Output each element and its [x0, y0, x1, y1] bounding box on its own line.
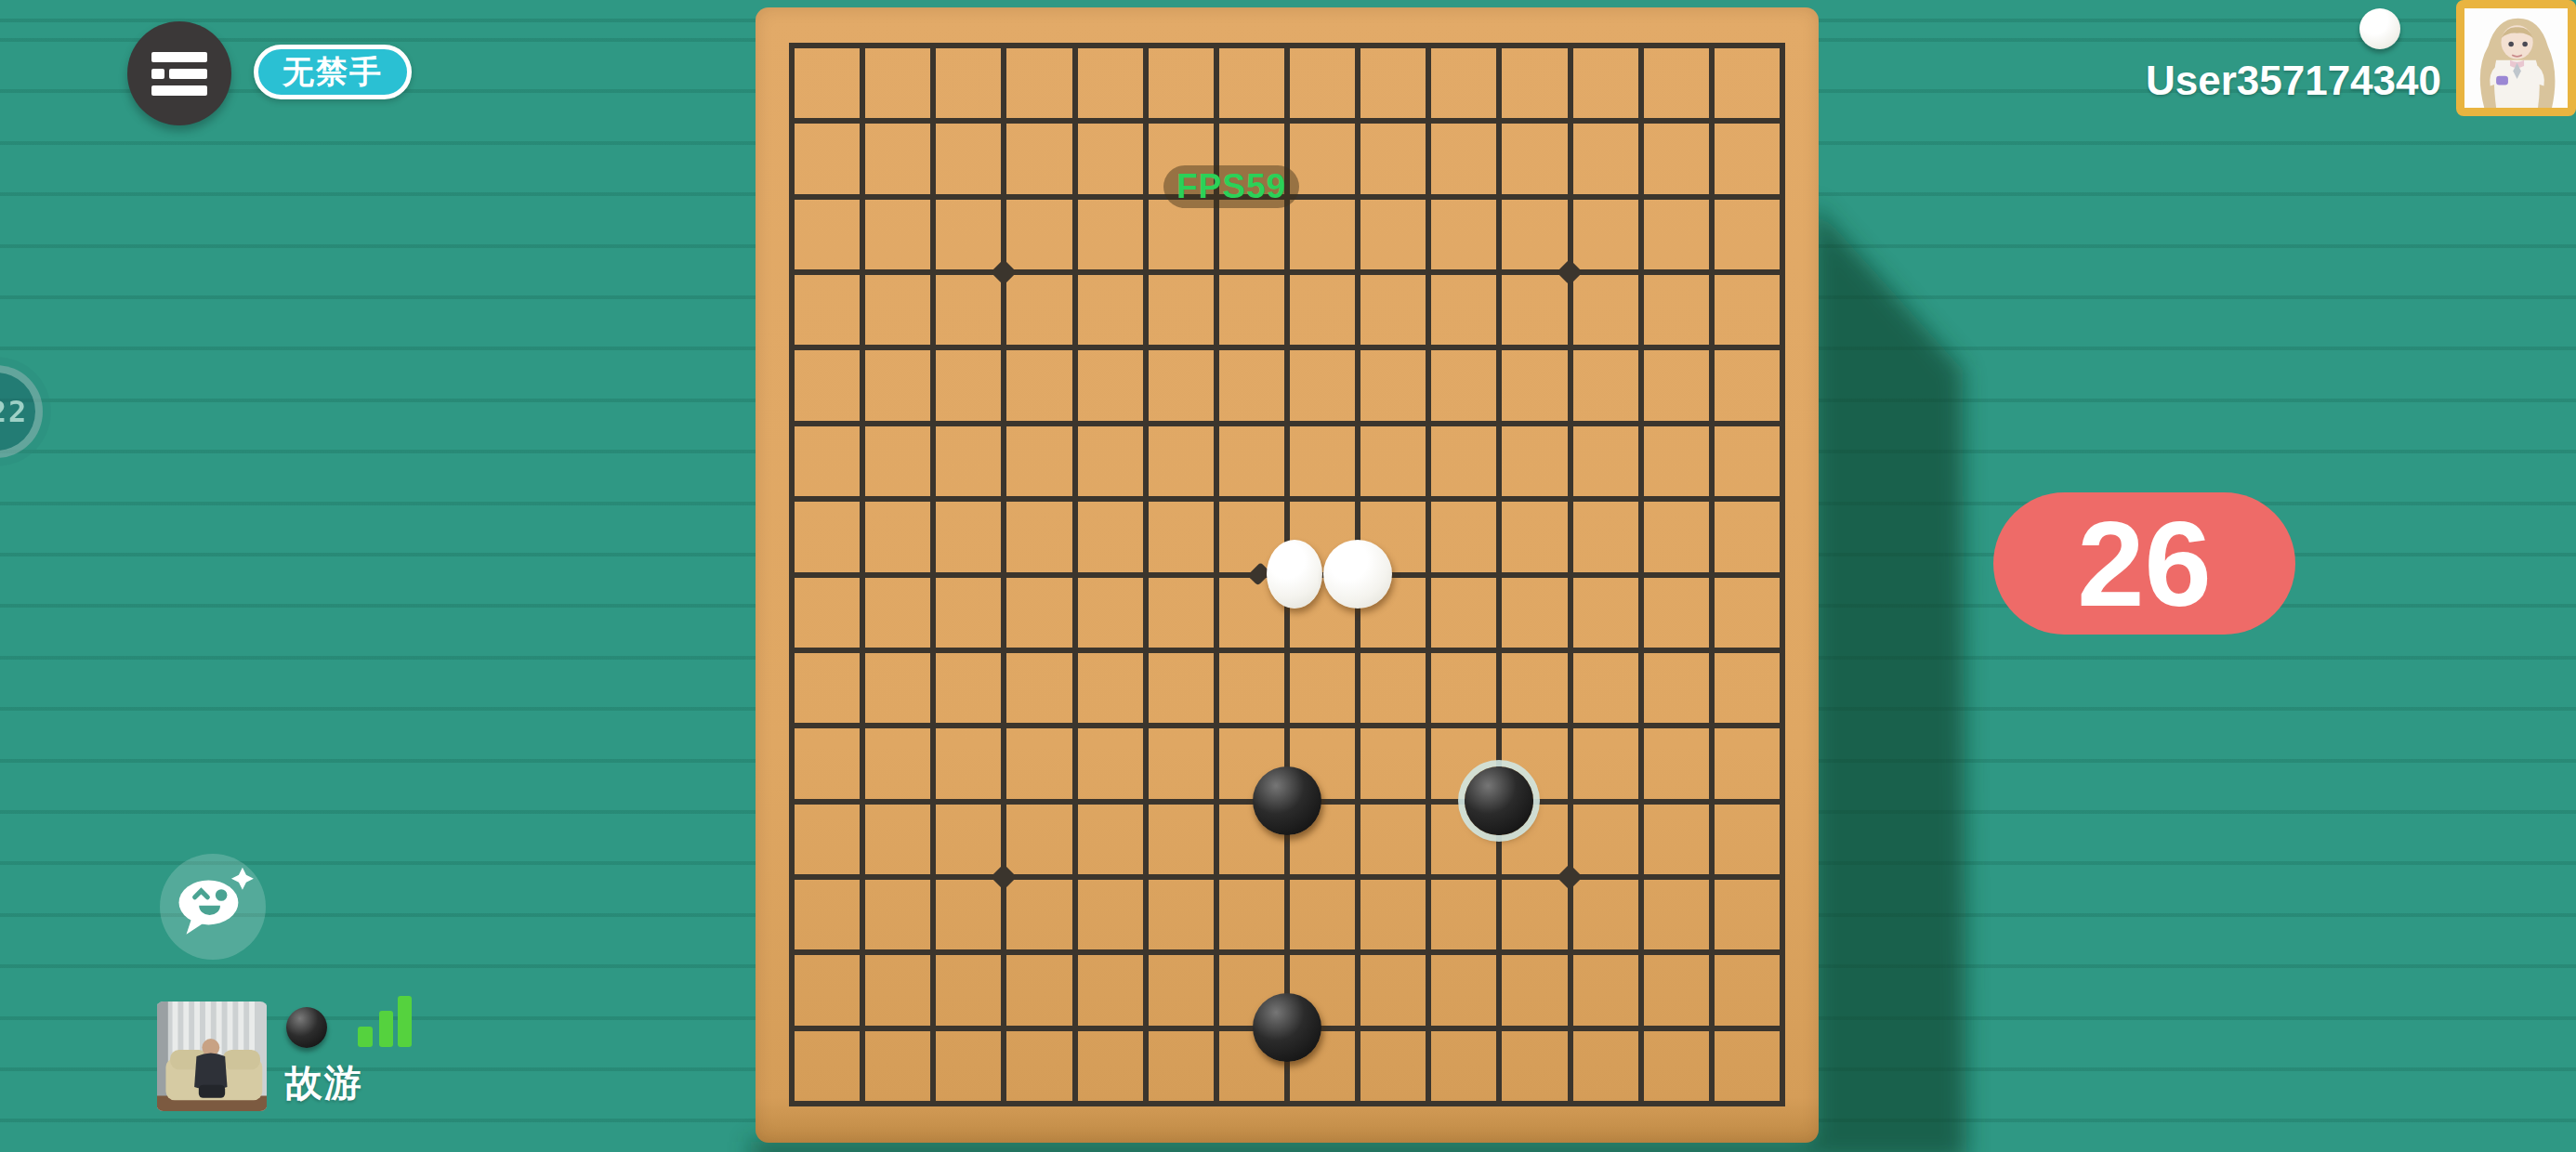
board-intersection[interactable]	[1322, 309, 1393, 385]
board-intersection[interactable]	[968, 537, 1039, 612]
board-intersection[interactable]	[1393, 309, 1464, 385]
board-intersection[interactable]	[1252, 687, 1322, 763]
board-intersection[interactable]	[898, 687, 968, 763]
board-intersection[interactable]	[898, 764, 968, 839]
board-intersection[interactable]	[1252, 764, 1322, 839]
board-intersection[interactable]	[968, 7, 1039, 83]
board-intersection[interactable]	[827, 537, 898, 612]
board-intersection[interactable]	[1534, 386, 1605, 461]
board-intersection[interactable]	[1534, 537, 1605, 612]
board-intersection[interactable]	[1464, 839, 1534, 914]
board-intersection[interactable]	[898, 839, 968, 914]
board-intersection[interactable]	[827, 461, 898, 536]
board-intersection[interactable]	[1393, 83, 1464, 158]
board-intersection[interactable]	[1252, 386, 1322, 461]
board-intersection[interactable]	[756, 687, 827, 763]
board-intersection[interactable]	[1252, 914, 1322, 989]
board-intersection[interactable]	[1464, 83, 1534, 158]
board-intersection[interactable]	[1040, 537, 1111, 612]
board-intersection[interactable]	[827, 764, 898, 839]
board-intersection[interactable]	[1111, 914, 1181, 989]
board-intersection[interactable]	[1464, 764, 1534, 839]
board-intersection[interactable]	[1393, 1066, 1464, 1141]
board-intersection[interactable]	[1322, 159, 1393, 234]
board-intersection[interactable]	[1181, 764, 1252, 839]
board-intersection[interactable]	[1606, 159, 1676, 234]
board-intersection[interactable]	[1252, 1066, 1322, 1141]
board-intersection[interactable]	[1111, 687, 1181, 763]
board-intersection[interactable]	[1676, 309, 1747, 385]
gomoku-board: FPS59	[756, 7, 1819, 1143]
board-intersection[interactable]	[1534, 83, 1605, 158]
board-intersection[interactable]	[898, 83, 968, 158]
board-intersection[interactable]	[1181, 461, 1252, 536]
board-intersection[interactable]	[898, 159, 968, 234]
chat-button[interactable]	[160, 854, 266, 960]
stone-black	[1465, 766, 1533, 835]
board-intersection[interactable]	[827, 386, 898, 461]
star-point	[1557, 259, 1583, 285]
board-intersection[interactable]	[1111, 234, 1181, 309]
board-intersection[interactable]	[1534, 159, 1605, 234]
board-intersection[interactable]	[1111, 83, 1181, 158]
board-intersection[interactable]	[1747, 990, 1818, 1066]
board-intersection[interactable]	[1111, 309, 1181, 385]
board-intersection[interactable]	[1252, 7, 1322, 83]
board-intersection[interactable]	[1606, 461, 1676, 536]
board-intersection[interactable]	[1393, 7, 1464, 83]
board-intersection[interactable]	[1111, 537, 1181, 612]
board-intersection[interactable]	[1393, 914, 1464, 989]
board-intersection[interactable]	[1606, 687, 1676, 763]
board-intersection[interactable]	[756, 914, 827, 989]
board-intersection[interactable]	[968, 1066, 1039, 1141]
stone-black	[1253, 766, 1321, 835]
board-intersection[interactable]	[1747, 309, 1818, 385]
board-intersection[interactable]	[898, 234, 968, 309]
white-stone-indicator	[2359, 8, 2400, 49]
board-intersection[interactable]	[1181, 612, 1252, 687]
board-intersection[interactable]	[1534, 309, 1605, 385]
board-intersection[interactable]	[827, 1066, 898, 1141]
board-intersection[interactable]	[1606, 612, 1676, 687]
board-intersection[interactable]	[1747, 764, 1818, 839]
board-intersection[interactable]	[1464, 612, 1534, 687]
board-intersection[interactable]	[1393, 234, 1464, 309]
board-intersection[interactable]	[1322, 914, 1393, 989]
board-intersection[interactable]	[898, 7, 968, 83]
board-intersection[interactable]	[756, 764, 827, 839]
board-intersection[interactable]	[1676, 764, 1747, 839]
board-intersection[interactable]	[1676, 1066, 1747, 1141]
board-intersection[interactable]	[1393, 687, 1464, 763]
board-intersection[interactable]	[827, 159, 898, 234]
board-intersection[interactable]	[1040, 234, 1111, 309]
board-intersection[interactable]	[1606, 7, 1676, 83]
board-intersection[interactable]	[1464, 990, 1534, 1066]
anime-girl-portrait	[2464, 8, 2568, 108]
board-intersection[interactable]	[1606, 537, 1676, 612]
board-intersection[interactable]	[756, 83, 827, 158]
board-intersection[interactable]	[1393, 839, 1464, 914]
board-intersection[interactable]	[1252, 234, 1322, 309]
board-intersection[interactable]	[1393, 461, 1464, 536]
board-intersection[interactable]	[1181, 537, 1252, 612]
board-intersection[interactable]	[968, 839, 1039, 914]
board-intersection[interactable]	[1534, 612, 1605, 687]
board-intersection[interactable]	[898, 914, 968, 989]
player-avatar[interactable]	[156, 1001, 268, 1111]
board-intersection[interactable]	[756, 839, 827, 914]
board-intersection[interactable]	[1747, 461, 1818, 536]
board-intersection[interactable]	[1322, 537, 1393, 612]
board-intersection[interactable]	[1676, 386, 1747, 461]
board-intersection[interactable]	[1252, 461, 1322, 536]
board-intersection[interactable]	[756, 386, 827, 461]
connection-signal-icon	[358, 996, 412, 1047]
board-intersection[interactable]	[1393, 764, 1464, 839]
board-intersection[interactable]	[827, 990, 898, 1066]
board-intersection[interactable]	[1393, 159, 1464, 234]
star-point	[1557, 863, 1583, 889]
board-intersection[interactable]	[1534, 914, 1605, 989]
board-intersection[interactable]	[1534, 990, 1605, 1066]
board-intersection[interactable]	[1464, 537, 1534, 612]
board-intersection[interactable]	[1252, 83, 1322, 158]
stone-white	[1267, 540, 1322, 609]
opponent-name: User357174340	[2146, 58, 2441, 104]
board-intersection[interactable]	[898, 537, 968, 612]
board-intersection[interactable]	[968, 990, 1039, 1066]
black-stone-indicator	[286, 1007, 327, 1048]
board-intersection[interactable]	[1393, 612, 1464, 687]
star-point	[991, 259, 1017, 285]
edge-timer-widget: 22	[0, 365, 43, 458]
board-intersection[interactable]	[1181, 7, 1252, 83]
board-intersection[interactable]	[898, 1066, 968, 1141]
board-intersection[interactable]	[1747, 7, 1818, 83]
fps-overlay: FPS59	[1163, 165, 1299, 208]
board-intersection[interactable]	[1040, 914, 1111, 989]
board-intersection[interactable]	[1040, 83, 1111, 158]
board-intersection[interactable]	[756, 234, 827, 309]
board-intersection[interactable]	[1747, 914, 1818, 989]
board-intersection[interactable]	[1322, 234, 1393, 309]
board-intersection[interactable]	[1040, 839, 1111, 914]
chat-emoji-icon	[160, 854, 266, 960]
board-intersection[interactable]	[1252, 612, 1322, 687]
board-intersection[interactable]	[756, 537, 827, 612]
board-intersection[interactable]	[1534, 1066, 1605, 1141]
board-intersection[interactable]	[1040, 461, 1111, 536]
board-intersection[interactable]	[1040, 386, 1111, 461]
board-intersection[interactable]	[1322, 839, 1393, 914]
star-point	[991, 863, 1017, 889]
board-intersection[interactable]	[1606, 764, 1676, 839]
board-intersection[interactable]	[1676, 839, 1747, 914]
board-intersection[interactable]	[1181, 990, 1252, 1066]
board-intersection[interactable]	[1676, 7, 1747, 83]
board-intersection[interactable]	[968, 309, 1039, 385]
board-intersection[interactable]	[827, 7, 898, 83]
board-intersection[interactable]	[1322, 764, 1393, 839]
edge-timer-value: 22	[0, 394, 28, 429]
board-intersection[interactable]	[968, 159, 1039, 234]
board-intersection[interactable]	[1040, 687, 1111, 763]
board-intersection[interactable]	[756, 461, 827, 536]
board-intersection[interactable]	[1181, 839, 1252, 914]
board-intersection[interactable]	[968, 612, 1039, 687]
board-intersection[interactable]	[1322, 7, 1393, 83]
board-intersection[interactable]	[1606, 914, 1676, 989]
board-intersection[interactable]	[1464, 309, 1534, 385]
board-intersection[interactable]	[1534, 234, 1605, 309]
board-intersection[interactable]	[968, 687, 1039, 763]
board-intersection[interactable]	[1464, 159, 1534, 234]
board-intersection[interactable]	[1534, 7, 1605, 83]
board-intersection[interactable]	[1747, 1066, 1818, 1141]
board-intersection[interactable]	[968, 461, 1039, 536]
opponent-avatar[interactable]	[2456, 0, 2576, 116]
board-intersection[interactable]	[1252, 309, 1322, 385]
board-intersection[interactable]	[1534, 687, 1605, 763]
board-intersection[interactable]	[1606, 83, 1676, 158]
rule-badge: 无禁手	[254, 45, 412, 99]
move-timer: 26	[1993, 492, 2295, 635]
board-intersection[interactable]	[1747, 159, 1818, 234]
board-intersection[interactable]	[1464, 1066, 1534, 1141]
board-intersection[interactable]	[1181, 83, 1252, 158]
board-intersection[interactable]	[1676, 234, 1747, 309]
board-intersection[interactable]	[898, 386, 968, 461]
board-intersection[interactable]	[827, 309, 898, 385]
board-intersection[interactable]	[1111, 386, 1181, 461]
board-intersection[interactable]	[1252, 990, 1322, 1066]
board-intersection[interactable]	[1040, 159, 1111, 234]
board-intersection[interactable]	[1606, 309, 1676, 385]
board-intersection[interactable]	[1534, 764, 1605, 839]
board-intersection[interactable]	[1111, 764, 1181, 839]
board-intersection[interactable]	[827, 612, 898, 687]
board-intersection[interactable]	[1040, 612, 1111, 687]
board-intersection[interactable]	[1534, 461, 1605, 536]
fps-label: FPS59	[1176, 167, 1286, 206]
board-intersection[interactable]	[1252, 537, 1322, 612]
board-intersection[interactable]	[1393, 990, 1464, 1066]
board-intersection[interactable]	[1747, 234, 1818, 309]
board-intersection[interactable]	[968, 234, 1039, 309]
board-intersection[interactable]	[1464, 914, 1534, 989]
board-intersection[interactable]	[1040, 1066, 1111, 1141]
board-intersection[interactable]	[1676, 159, 1747, 234]
board-intersection[interactable]	[1111, 612, 1181, 687]
hamburger-menu-icon	[151, 52, 207, 96]
board-intersection[interactable]	[1181, 386, 1252, 461]
board-intersection[interactable]	[1111, 1066, 1181, 1141]
board-intersection[interactable]	[1111, 461, 1181, 536]
board-intersection[interactable]	[1322, 386, 1393, 461]
board-intersection[interactable]	[1606, 1066, 1676, 1141]
player-photo	[156, 1001, 268, 1111]
board-intersection[interactable]	[1747, 83, 1818, 158]
board-intersection[interactable]	[1252, 839, 1322, 914]
board-intersection[interactable]	[1181, 914, 1252, 989]
stone-black	[1253, 993, 1321, 1062]
board-intersection[interactable]	[756, 309, 827, 385]
stone-white	[1323, 540, 1392, 609]
board-intersection[interactable]	[1534, 839, 1605, 914]
board-intersection[interactable]	[1676, 612, 1747, 687]
board-intersection[interactable]	[898, 990, 968, 1066]
board-intersection[interactable]	[1676, 83, 1747, 158]
board-intersection[interactable]	[1111, 7, 1181, 83]
board-intersection[interactable]	[1606, 386, 1676, 461]
board-intersection[interactable]	[1747, 386, 1818, 461]
board-intersection[interactable]	[1676, 990, 1747, 1066]
board-intersection[interactable]	[1040, 764, 1111, 839]
board-intersection[interactable]	[1181, 1066, 1252, 1141]
board-intersection[interactable]	[1676, 537, 1747, 612]
board-intersection[interactable]	[1747, 839, 1818, 914]
board-intersection[interactable]	[1464, 7, 1534, 83]
board-intersection[interactable]	[827, 839, 898, 914]
board-intersection[interactable]	[1747, 537, 1818, 612]
board-intersection[interactable]	[827, 83, 898, 158]
board-intersection[interactable]	[1747, 612, 1818, 687]
board-intersection[interactable]	[1676, 914, 1747, 989]
board-intersection[interactable]	[1676, 461, 1747, 536]
board-intersection[interactable]	[1464, 234, 1534, 309]
board-intersection[interactable]	[827, 234, 898, 309]
board-intersection[interactable]	[1111, 839, 1181, 914]
board-intersection[interactable]	[1747, 687, 1818, 763]
board-intersection[interactable]	[827, 914, 898, 989]
board-intersection[interactable]	[1464, 461, 1534, 536]
board-intersection[interactable]	[1181, 234, 1252, 309]
board-intersection[interactable]	[1111, 990, 1181, 1066]
board-intersection[interactable]	[756, 159, 827, 234]
board-intersection[interactable]	[1393, 537, 1464, 612]
board-intersection[interactable]	[1676, 687, 1747, 763]
board-intersection[interactable]	[1322, 83, 1393, 158]
board-intersection[interactable]	[1322, 612, 1393, 687]
board-intersection[interactable]	[1322, 461, 1393, 536]
board-intersection[interactable]	[756, 7, 827, 83]
board-intersection[interactable]	[827, 687, 898, 763]
game-screen: FPS59 无禁手 22 User357174340	[0, 0, 2576, 1152]
board-intersection[interactable]	[1606, 990, 1676, 1066]
board-intersection[interactable]	[1322, 687, 1393, 763]
board-intersection[interactable]	[898, 612, 968, 687]
board-intersection[interactable]	[1606, 234, 1676, 309]
board-intersection[interactable]	[756, 1066, 827, 1141]
board-intersection[interactable]	[1181, 687, 1252, 763]
move-timer-value: 26	[2077, 504, 2212, 624]
board-intersection[interactable]	[1606, 839, 1676, 914]
board-intersection[interactable]	[968, 764, 1039, 839]
board-intersection[interactable]	[1181, 309, 1252, 385]
board-intersection[interactable]	[1322, 1066, 1393, 1141]
board-intersection[interactable]	[898, 461, 968, 536]
board-intersection[interactable]	[1393, 386, 1464, 461]
board-intersection[interactable]	[756, 612, 827, 687]
board-intersection[interactable]	[1464, 386, 1534, 461]
board-intersection[interactable]	[968, 83, 1039, 158]
board-intersection[interactable]	[756, 990, 827, 1066]
board-intersection[interactable]	[898, 309, 968, 385]
board-intersection[interactable]	[968, 386, 1039, 461]
board-intersection[interactable]	[968, 914, 1039, 989]
board-intersection[interactable]	[1322, 990, 1393, 1066]
menu-button[interactable]	[127, 21, 231, 125]
board-intersection[interactable]	[1040, 7, 1111, 83]
board-intersection[interactable]	[1040, 309, 1111, 385]
rule-badge-label: 无禁手	[283, 51, 383, 94]
board-intersection[interactable]	[1040, 990, 1111, 1066]
player-name: 故游	[285, 1057, 363, 1108]
board-intersection[interactable]	[1464, 687, 1534, 763]
